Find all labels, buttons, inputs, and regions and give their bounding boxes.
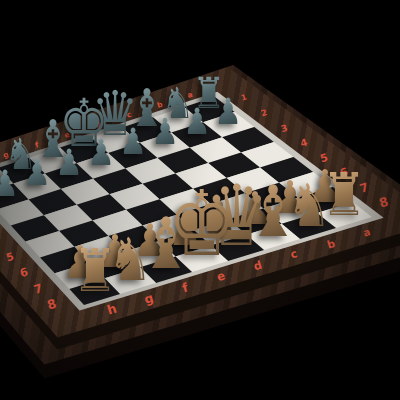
chess-scene: hgfedcbahgfedcba1234567812345678♜♞♝♚♛♝♞♜… <box>0 0 400 400</box>
piece-white-pawn-c2[interactable]: ♟ <box>151 114 179 150</box>
piece-black-rook-h8[interactable]: ♜ <box>72 243 117 302</box>
piece-white-pawn-e2[interactable]: ♟ <box>87 135 115 171</box>
piece-white-pawn-f2[interactable]: ♟ <box>55 145 83 181</box>
piece-white-pawn-a2[interactable]: ♟ <box>215 94 243 130</box>
piece-white-pawn-b2[interactable]: ♟ <box>183 104 211 140</box>
render-stage: hgfedcbahgfedcba1234567812345678♜♞♝♚♛♝♞♜… <box>0 0 400 400</box>
piece-white-pawn-h2[interactable]: ♟ <box>0 166 19 202</box>
piece-white-pawn-d2[interactable]: ♟ <box>119 125 147 161</box>
piece-white-pawn-g2[interactable]: ♟ <box>23 155 51 191</box>
